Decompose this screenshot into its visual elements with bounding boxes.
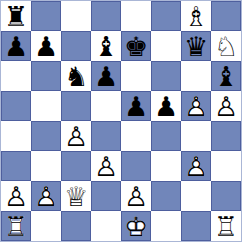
pawn-outline-layer: ♙ [91,151,121,181]
square-g8[interactable]: ♝♗ [181,1,211,31]
king-outline-layer: ♔ [121,211,151,241]
knight-glyph: ♞ [61,61,91,91]
rook-outline-layer: ♖ [211,211,241,241]
square-c3[interactable] [61,151,91,181]
knight-outline-layer: ♘ [211,31,241,61]
square-b3[interactable] [31,151,61,181]
queen-outline-layer: ♕ [61,181,91,211]
square-g7[interactable]: ♛ [181,31,211,61]
square-c7[interactable] [61,31,91,61]
square-b5[interactable] [31,91,61,121]
piece-black-knight[interactable]: ♞ [61,61,91,91]
square-g3[interactable]: ♟♙ [181,151,211,181]
square-f6[interactable] [151,61,181,91]
square-f7[interactable] [151,31,181,61]
square-a2[interactable]: ♟♙ [1,181,31,211]
square-d6[interactable]: ♟ [91,61,121,91]
square-f5[interactable]: ♟ [151,91,181,121]
piece-white-pawn[interactable]: ♟♙ [121,181,151,211]
square-e5[interactable]: ♟ [121,91,151,121]
square-a7[interactable]: ♟ [1,31,31,61]
piece-black-pawn[interactable]: ♟ [151,91,181,121]
square-b7[interactable]: ♟ [31,31,61,61]
square-c4[interactable]: ♟♙ [61,121,91,151]
pawn-outline-layer: ♙ [31,181,61,211]
rook-glyph: ♜ [1,1,31,31]
piece-white-rook[interactable]: ♜♖ [1,211,31,241]
square-h1[interactable]: ♜♖ [211,211,241,241]
pawn-glyph: ♟ [31,31,61,61]
square-h3[interactable] [211,151,241,181]
square-h2[interactable] [211,181,241,211]
square-d1[interactable] [91,211,121,241]
pawn-outline-layer: ♙ [1,181,31,211]
piece-black-bishop[interactable]: ♝ [91,31,121,61]
piece-white-pawn[interactable]: ♟♙ [211,91,241,121]
piece-black-king[interactable]: ♚ [121,31,151,61]
square-d8[interactable] [91,1,121,31]
piece-white-bishop[interactable]: ♝♗ [181,1,211,31]
square-h5[interactable]: ♟♙ [211,91,241,121]
king-glyph: ♚ [121,31,151,61]
piece-black-bishop[interactable]: ♝ [211,61,241,91]
square-b1[interactable] [31,211,61,241]
chess-board: ♜♝♗♟♟♝♚♛♞♘♞♟♝♟♟♟♙♟♙♟♙♟♙♟♙♟♙♟♙♛♕♟♙♜♖♚♔♜♖ [0,0,242,242]
piece-black-pawn[interactable]: ♟ [31,31,61,61]
pawn-glyph: ♟ [151,91,181,121]
piece-white-pawn[interactable]: ♟♙ [181,91,211,121]
piece-black-pawn[interactable]: ♟ [1,31,31,61]
piece-white-pawn[interactable]: ♟♙ [61,121,91,151]
square-f1[interactable] [151,211,181,241]
bishop-glyph: ♝ [211,61,241,91]
piece-black-queen[interactable]: ♛ [181,31,211,61]
square-e8[interactable] [121,1,151,31]
rook-outline-layer: ♖ [1,211,31,241]
square-h7[interactable]: ♞♘ [211,31,241,61]
pawn-outline-layer: ♙ [181,151,211,181]
piece-white-king[interactable]: ♚♔ [121,211,151,241]
square-a8[interactable]: ♜ [1,1,31,31]
piece-white-pawn[interactable]: ♟♙ [1,181,31,211]
bishop-glyph: ♝ [91,31,121,61]
square-a1[interactable]: ♜♖ [1,211,31,241]
square-h4[interactable] [211,121,241,151]
square-a4[interactable] [1,121,31,151]
square-f4[interactable] [151,121,181,151]
square-b4[interactable] [31,121,61,151]
pawn-glyph: ♟ [121,91,151,121]
square-g4[interactable] [181,121,211,151]
piece-black-pawn[interactable]: ♟ [121,91,151,121]
square-e7[interactable]: ♚ [121,31,151,61]
piece-black-rook[interactable]: ♜ [1,1,31,31]
pawn-outline-layer: ♙ [61,121,91,151]
piece-white-pawn[interactable]: ♟♙ [181,151,211,181]
square-e6[interactable] [121,61,151,91]
square-h6[interactable]: ♝ [211,61,241,91]
square-b8[interactable] [31,1,61,31]
square-a6[interactable] [1,61,31,91]
pawn-glyph: ♟ [1,31,31,61]
pawn-outline-layer: ♙ [121,181,151,211]
square-c2[interactable]: ♛♕ [61,181,91,211]
square-e2[interactable]: ♟♙ [121,181,151,211]
square-f3[interactable] [151,151,181,181]
pawn-glyph: ♟ [91,61,121,91]
square-a5[interactable] [1,91,31,121]
chess-board-wrapper: ♜♝♗♟♟♝♚♛♞♘♞♟♝♟♟♟♙♟♙♟♙♟♙♟♙♟♙♟♙♛♕♟♙♜♖♚♔♜♖ [0,0,242,242]
square-g6[interactable] [181,61,211,91]
square-d7[interactable]: ♝ [91,31,121,61]
piece-white-pawn[interactable]: ♟♙ [91,151,121,181]
square-c5[interactable] [61,91,91,121]
square-b6[interactable] [31,61,61,91]
square-b2[interactable]: ♟♙ [31,181,61,211]
piece-white-queen[interactable]: ♛♕ [61,181,91,211]
square-d4[interactable] [91,121,121,151]
square-g1[interactable] [181,211,211,241]
bishop-outline-layer: ♗ [181,1,211,31]
square-g5[interactable]: ♟♙ [181,91,211,121]
square-d5[interactable] [91,91,121,121]
square-a3[interactable] [1,151,31,181]
square-e4[interactable] [121,121,151,151]
pawn-outline-layer: ♙ [181,91,211,121]
square-g2[interactable] [181,181,211,211]
square-c1[interactable] [61,211,91,241]
square-c8[interactable] [61,1,91,31]
square-f2[interactable] [151,181,181,211]
piece-black-pawn[interactable]: ♟ [91,61,121,91]
square-h8[interactable] [211,1,241,31]
square-d2[interactable] [91,181,121,211]
queen-glyph: ♛ [181,31,211,61]
square-d3[interactable]: ♟♙ [91,151,121,181]
square-f8[interactable] [151,1,181,31]
piece-white-pawn[interactable]: ♟♙ [31,181,61,211]
piece-white-knight[interactable]: ♞♘ [211,31,241,61]
piece-white-rook[interactable]: ♜♖ [211,211,241,241]
square-c6[interactable]: ♞ [61,61,91,91]
square-e1[interactable]: ♚♔ [121,211,151,241]
square-e3[interactable] [121,151,151,181]
pawn-outline-layer: ♙ [211,91,241,121]
